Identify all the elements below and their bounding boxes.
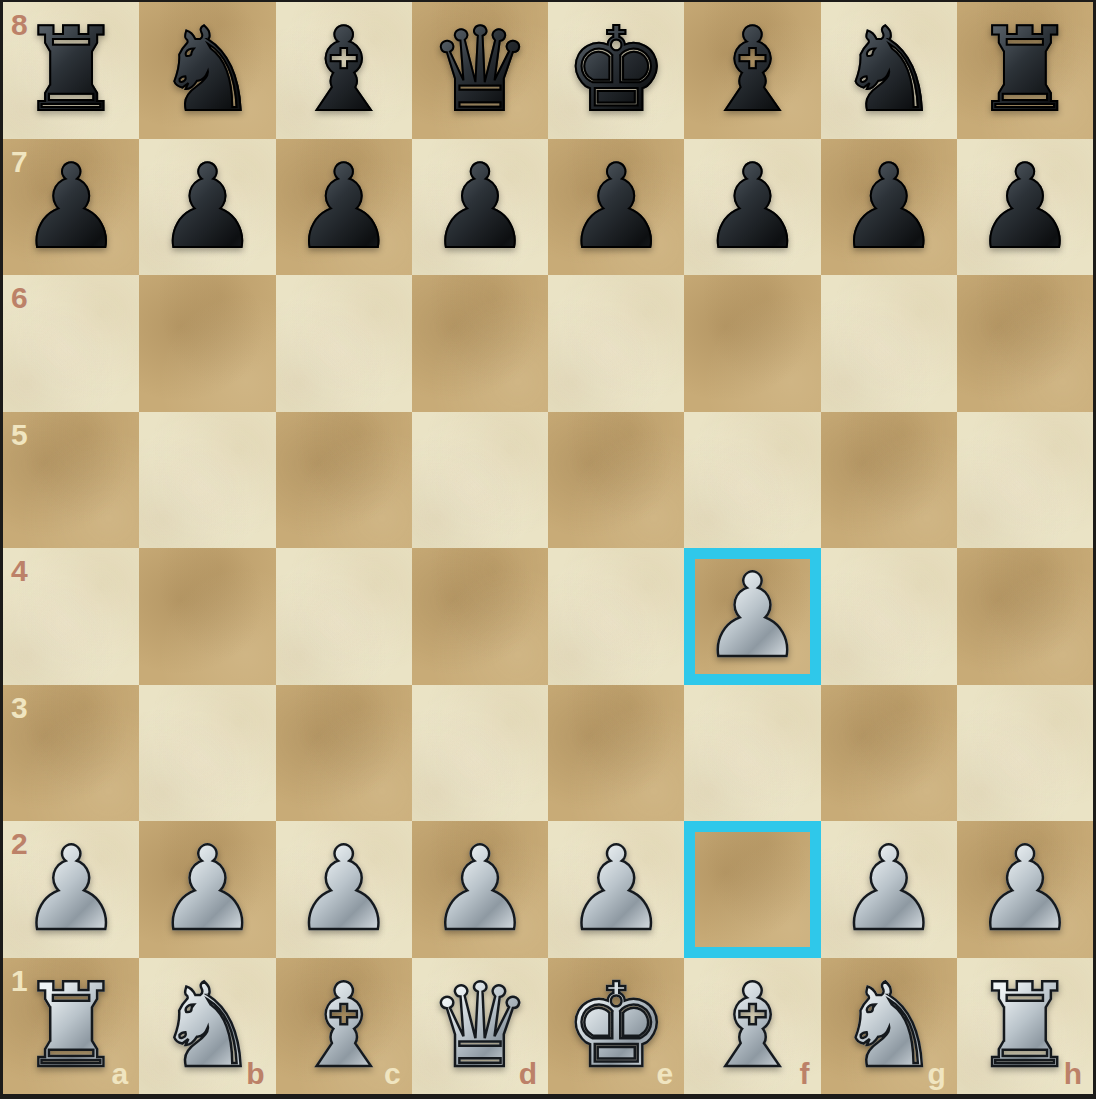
square-e4[interactable] [548, 548, 684, 685]
square-b5[interactable] [139, 412, 275, 549]
square-d3[interactable] [412, 685, 548, 822]
square-f5[interactable] [684, 412, 820, 549]
square-f4-highlighted[interactable]: ♟ [684, 548, 820, 685]
square-b4[interactable] [139, 548, 275, 685]
square-g5[interactable] [821, 412, 957, 549]
black-queen-d8[interactable]: ♛ [412, 2, 548, 139]
black-knight-b8[interactable]: ♞ [139, 2, 275, 139]
white-queen-d1[interactable]: ♛ [412, 958, 548, 1095]
black-king-e8[interactable]: ♚ [548, 2, 684, 139]
square-h7[interactable]: ♟ [957, 139, 1093, 276]
square-b6[interactable] [139, 275, 275, 412]
chess-board: 8♜♞♝♛♚♝♞♜7♟♟♟♟♟♟♟♟654♟32♟♟♟♟♟♟♟1a♜b♞c♝d♛… [3, 2, 1093, 1094]
black-pawn-e7[interactable]: ♟ [548, 139, 684, 276]
black-pawn-h7[interactable]: ♟ [957, 139, 1093, 276]
black-pawn-b7[interactable]: ♟ [139, 139, 275, 276]
white-pawn-g2[interactable]: ♟ [821, 821, 957, 958]
square-g2[interactable]: ♟ [821, 821, 957, 958]
white-king-e1[interactable]: ♚ [548, 958, 684, 1095]
square-g7[interactable]: ♟ [821, 139, 957, 276]
square-f2-highlighted[interactable] [684, 821, 820, 958]
square-c6[interactable] [276, 275, 412, 412]
black-bishop-c8[interactable]: ♝ [276, 2, 412, 139]
square-h5[interactable] [957, 412, 1093, 549]
square-f3[interactable] [684, 685, 820, 822]
square-a2[interactable]: 2♟ [3, 821, 139, 958]
white-bishop-c1[interactable]: ♝ [276, 958, 412, 1095]
square-g1[interactable]: g♞ [821, 958, 957, 1095]
square-g3[interactable] [821, 685, 957, 822]
square-c3[interactable] [276, 685, 412, 822]
square-h2[interactable]: ♟ [957, 821, 1093, 958]
square-f1[interactable]: f♝ [684, 958, 820, 1095]
white-pawn-a2[interactable]: ♟ [3, 821, 139, 958]
black-bishop-f8[interactable]: ♝ [684, 2, 820, 139]
white-pawn-e2[interactable]: ♟ [548, 821, 684, 958]
square-f6[interactable] [684, 275, 820, 412]
rank-label-5: 5 [11, 420, 28, 450]
square-h4[interactable] [957, 548, 1093, 685]
square-c1[interactable]: c♝ [276, 958, 412, 1095]
square-a8[interactable]: 8♜ [3, 2, 139, 139]
square-e2[interactable]: ♟ [548, 821, 684, 958]
square-d7[interactable]: ♟ [412, 139, 548, 276]
black-pawn-c7[interactable]: ♟ [276, 139, 412, 276]
square-a4[interactable]: 4 [3, 548, 139, 685]
square-g8[interactable]: ♞ [821, 2, 957, 139]
white-pawn-f4[interactable]: ♟ [684, 548, 820, 685]
square-c5[interactable] [276, 412, 412, 549]
white-knight-g1[interactable]: ♞ [821, 958, 957, 1095]
white-rook-h1[interactable]: ♜ [957, 958, 1093, 1095]
rank-label-6: 6 [11, 283, 28, 313]
white-pawn-c2[interactable]: ♟ [276, 821, 412, 958]
square-c2[interactable]: ♟ [276, 821, 412, 958]
white-pawn-b2[interactable]: ♟ [139, 821, 275, 958]
black-knight-g8[interactable]: ♞ [821, 2, 957, 139]
square-g6[interactable] [821, 275, 957, 412]
square-a1[interactable]: 1a♜ [3, 958, 139, 1095]
square-a3[interactable]: 3 [3, 685, 139, 822]
square-d1[interactable]: d♛ [412, 958, 548, 1095]
square-h3[interactable] [957, 685, 1093, 822]
square-b2[interactable]: ♟ [139, 821, 275, 958]
square-f8[interactable]: ♝ [684, 2, 820, 139]
square-e1[interactable]: e♚ [548, 958, 684, 1095]
black-pawn-d7[interactable]: ♟ [412, 139, 548, 276]
square-e7[interactable]: ♟ [548, 139, 684, 276]
white-rook-a1[interactable]: ♜ [3, 958, 139, 1095]
square-d8[interactable]: ♛ [412, 2, 548, 139]
square-h1[interactable]: h♜ [957, 958, 1093, 1095]
black-pawn-f7[interactable]: ♟ [684, 139, 820, 276]
white-knight-b1[interactable]: ♞ [139, 958, 275, 1095]
square-g4[interactable] [821, 548, 957, 685]
square-f7[interactable]: ♟ [684, 139, 820, 276]
black-rook-h8[interactable]: ♜ [957, 2, 1093, 139]
square-h6[interactable] [957, 275, 1093, 412]
chess-board-frame: 8♜♞♝♛♚♝♞♜7♟♟♟♟♟♟♟♟654♟32♟♟♟♟♟♟♟1a♜b♞c♝d♛… [0, 0, 1096, 1099]
white-pawn-h2[interactable]: ♟ [957, 821, 1093, 958]
black-pawn-a7[interactable]: ♟ [3, 139, 139, 276]
square-h8[interactable]: ♜ [957, 2, 1093, 139]
black-rook-a8[interactable]: ♜ [3, 2, 139, 139]
square-a7[interactable]: 7♟ [3, 139, 139, 276]
square-b1[interactable]: b♞ [139, 958, 275, 1095]
square-b7[interactable]: ♟ [139, 139, 275, 276]
black-pawn-g7[interactable]: ♟ [821, 139, 957, 276]
rank-label-3: 3 [11, 693, 28, 723]
white-bishop-f1[interactable]: ♝ [684, 958, 820, 1095]
square-d2[interactable]: ♟ [412, 821, 548, 958]
square-b8[interactable]: ♞ [139, 2, 275, 139]
square-b3[interactable] [139, 685, 275, 822]
square-e3[interactable] [548, 685, 684, 822]
square-c4[interactable] [276, 548, 412, 685]
square-d6[interactable] [412, 275, 548, 412]
square-d5[interactable] [412, 412, 548, 549]
square-a6[interactable]: 6 [3, 275, 139, 412]
square-c8[interactable]: ♝ [276, 2, 412, 139]
square-e6[interactable] [548, 275, 684, 412]
square-a5[interactable]: 5 [3, 412, 139, 549]
rank-label-4: 4 [11, 556, 28, 586]
square-c7[interactable]: ♟ [276, 139, 412, 276]
white-pawn-d2[interactable]: ♟ [412, 821, 548, 958]
square-e5[interactable] [548, 412, 684, 549]
square-e8[interactable]: ♚ [548, 2, 684, 139]
square-d4[interactable] [412, 548, 548, 685]
